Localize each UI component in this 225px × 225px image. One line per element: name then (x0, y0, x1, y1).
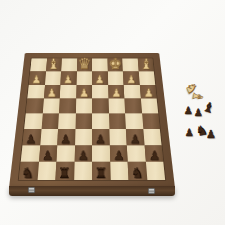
piece-dark-pawn-c3[interactable]: ♟ (60, 133, 71, 145)
square-b8[interactable]: ♝ (46, 58, 62, 71)
square-d8[interactable]: ♛ (77, 58, 92, 71)
piece-dark-rook-c1[interactable]: ♜ (58, 166, 70, 180)
square-e7[interactable]: ♟ (92, 71, 108, 84)
piece-dark-pawn-g3[interactable]: ♟ (130, 133, 141, 145)
square-e2[interactable] (92, 145, 110, 162)
piece-light-pawn-a7[interactable]: ♟ (32, 74, 42, 85)
square-d4[interactable] (75, 113, 92, 128)
loose-piece-dark-pawn[interactable]: ♟ (206, 129, 216, 140)
piece-dark-knight-g1[interactable]: ♞ (132, 166, 144, 180)
square-c7[interactable]: ♟ (60, 71, 76, 84)
square-c1[interactable]: ♜ (55, 162, 74, 180)
square-h4[interactable] (142, 113, 160, 128)
square-h3[interactable] (143, 129, 162, 145)
piece-dark-pawn-e3[interactable]: ♟ (95, 133, 106, 145)
square-f8[interactable]: ♚ (107, 58, 123, 71)
square-c6[interactable] (60, 85, 77, 99)
square-h2[interactable]: ♟ (144, 145, 163, 162)
square-f5[interactable] (108, 99, 125, 114)
square-a2[interactable] (21, 145, 40, 162)
square-g4[interactable] (125, 113, 143, 128)
square-h7[interactable] (138, 71, 155, 84)
piece-dark-pawn-b2[interactable]: ♟ (42, 150, 53, 163)
piece-light-bishop-h8[interactable]: ♝ (140, 57, 153, 71)
square-e4[interactable] (92, 113, 109, 128)
square-d5[interactable] (75, 99, 92, 114)
loose-piece-dark-pawn[interactable]: ♟ (185, 128, 194, 138)
square-g6[interactable] (124, 85, 141, 99)
square-b5[interactable] (42, 99, 59, 114)
product-photo-scene: ♝♛♚♝♟♟♟♟♟♟♟♟♟♟♟♟♟♟♟♟♞♜♜♞ ♞♝♟♟♝♟♞♟ (0, 0, 225, 225)
piece-light-pawn-h6[interactable]: ♟ (143, 87, 153, 98)
square-h1[interactable] (145, 162, 165, 180)
square-g7[interactable]: ♟ (123, 71, 140, 84)
square-d1[interactable] (74, 162, 92, 180)
square-a5[interactable] (26, 99, 44, 114)
board-grid: ♝♛♚♝♟♟♟♟♟♟♟♟♟♟♟♟♟♟♟♟♞♜♜♞ (19, 58, 165, 180)
square-d7[interactable] (76, 71, 92, 84)
square-b3[interactable] (40, 129, 58, 145)
square-h6[interactable]: ♟ (139, 85, 156, 99)
piece-light-pawn-b6[interactable]: ♟ (46, 87, 56, 98)
square-f2[interactable]: ♟ (109, 145, 127, 162)
square-c3[interactable]: ♟ (57, 129, 75, 145)
square-f4[interactable] (109, 113, 126, 128)
square-a7[interactable]: ♟ (29, 71, 46, 84)
square-a8[interactable] (30, 58, 46, 71)
square-b2[interactable]: ♟ (39, 145, 58, 162)
square-e3[interactable]: ♟ (92, 129, 109, 145)
square-b4[interactable] (41, 113, 59, 128)
piece-dark-knight-a1[interactable]: ♞ (22, 166, 34, 180)
square-g5[interactable] (124, 99, 141, 114)
piece-dark-pawn-d2[interactable]: ♟ (77, 150, 88, 163)
square-e5[interactable] (92, 99, 109, 114)
piece-light-queen-d8[interactable]: ♛ (78, 56, 91, 71)
piece-light-king-f8[interactable]: ♚ (108, 56, 121, 71)
square-g2[interactable] (127, 145, 146, 162)
square-g8[interactable] (122, 58, 138, 71)
piece-light-pawn-g7[interactable]: ♟ (127, 74, 137, 85)
box-clasp-icon (28, 187, 35, 193)
piece-light-pawn-c7[interactable]: ♟ (63, 74, 73, 85)
square-f6[interactable]: ♟ (108, 85, 125, 99)
box-clasp-icon (148, 188, 155, 194)
square-f1[interactable] (110, 162, 129, 180)
square-a4[interactable] (24, 113, 42, 128)
square-e8[interactable] (92, 58, 107, 71)
square-g3[interactable]: ♟ (126, 129, 144, 145)
piece-dark-pawn-a3[interactable]: ♟ (26, 133, 37, 145)
piece-light-bishop-b8[interactable]: ♝ (47, 57, 60, 71)
square-d2[interactable]: ♟ (74, 145, 92, 162)
square-h8[interactable]: ♝ (137, 58, 153, 71)
square-g1[interactable]: ♞ (128, 162, 147, 180)
square-f7[interactable] (107, 71, 123, 84)
square-d3[interactable] (75, 129, 92, 145)
piece-light-pawn-d6[interactable]: ♟ (79, 87, 89, 98)
square-a6[interactable] (27, 85, 44, 99)
piece-light-pawn-f6[interactable]: ♟ (111, 87, 121, 98)
board-frame: ♝♛♚♝♟♟♟♟♟♟♟♟♟♟♟♟♟♟♟♟♞♜♜♞ (9, 53, 175, 188)
square-e6[interactable] (92, 85, 108, 99)
square-c2[interactable] (56, 145, 74, 162)
piece-dark-pawn-f2[interactable]: ♟ (113, 150, 124, 163)
loose-piece-dark-pawn[interactable]: ♟ (184, 106, 193, 116)
square-c4[interactable] (58, 113, 75, 128)
piece-dark-rook-e1[interactable]: ♜ (95, 166, 107, 180)
square-c5[interactable] (59, 99, 76, 114)
loose-piece-light-bishop[interactable]: ♝ (190, 90, 205, 104)
square-b6[interactable]: ♟ (44, 85, 61, 99)
piece-dark-pawn-h2[interactable]: ♟ (149, 150, 160, 163)
square-b7[interactable] (45, 71, 62, 84)
square-f3[interactable] (109, 129, 127, 145)
piece-light-pawn-e7[interactable]: ♟ (95, 74, 105, 85)
square-h5[interactable] (140, 99, 158, 114)
square-a3[interactable]: ♟ (22, 129, 41, 145)
square-c8[interactable] (61, 58, 77, 71)
square-e1[interactable]: ♜ (92, 162, 110, 180)
square-d6[interactable]: ♟ (76, 85, 92, 99)
loose-piece-dark-bishop[interactable]: ♝ (202, 100, 217, 116)
square-b1[interactable] (37, 162, 56, 180)
chess-board: ♝♛♚♝♟♟♟♟♟♟♟♟♟♟♟♟♟♟♟♟♞♜♜♞ (9, 53, 175, 188)
square-a1[interactable]: ♞ (19, 162, 39, 180)
